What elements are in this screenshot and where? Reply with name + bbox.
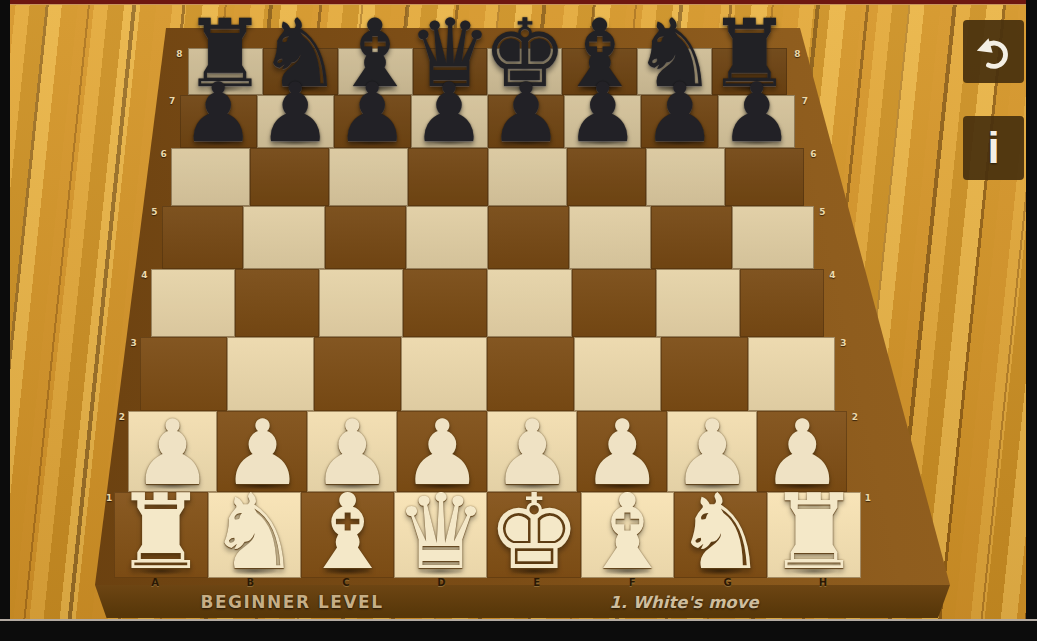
square-f4[interactable] [572, 269, 656, 337]
board-rank-row [171, 148, 804, 206]
square-f5[interactable] [569, 206, 651, 269]
square-d6[interactable] [408, 148, 487, 206]
square-c1[interactable]: ♝ [301, 492, 394, 578]
square-d1[interactable]: ♛ [394, 492, 487, 578]
square-e1[interactable]: ♚ [487, 492, 580, 578]
square-b4[interactable] [235, 269, 319, 337]
square-h4[interactable] [740, 269, 824, 337]
piece-black-pawn-d7[interactable]: ♟ [412, 72, 486, 154]
square-f7[interactable]: ♟ [564, 95, 641, 148]
square-g1[interactable]: ♞ [674, 492, 767, 578]
square-c4[interactable] [319, 269, 403, 337]
rank-label-left-4: 4 [141, 270, 147, 280]
rank-label-right-2: 2 [852, 412, 858, 422]
rank-label-left-6: 6 [161, 149, 167, 159]
level-label: BEGINNER LEVEL [201, 592, 384, 612]
file-label-c: C [342, 577, 349, 588]
square-c5[interactable] [325, 206, 407, 269]
move-status-label: 1. White's move [609, 592, 758, 611]
square-b6[interactable] [250, 148, 329, 206]
bottom-letterbox [0, 619, 1037, 641]
square-e6[interactable] [488, 148, 567, 206]
rank-label-right-4: 4 [829, 270, 835, 280]
square-h7[interactable]: ♟ [718, 95, 795, 148]
piece-black-pawn-c7[interactable]: ♟ [335, 72, 409, 154]
rank-label-left-3: 3 [131, 338, 137, 348]
file-label-e: E [533, 577, 540, 588]
piece-white-king-e1[interactable]: ♚ [488, 480, 581, 584]
square-e4[interactable] [487, 269, 571, 337]
file-label-a: A [151, 577, 159, 588]
square-e5[interactable] [488, 206, 570, 269]
square-b7[interactable]: ♟ [257, 95, 334, 148]
square-g4[interactable] [656, 269, 740, 337]
piece-black-pawn-a7[interactable]: ♟ [182, 72, 256, 154]
piece-white-knight-b1[interactable]: ♞ [208, 480, 301, 584]
square-g7[interactable]: ♟ [641, 95, 718, 148]
board-rank-row [151, 269, 824, 337]
info-icon: i [987, 126, 999, 170]
square-c6[interactable] [329, 148, 408, 206]
rank-label-right-6: 6 [810, 149, 816, 159]
square-b1[interactable]: ♞ [208, 492, 301, 578]
rank-label-left-1: 1 [106, 493, 112, 503]
app-screen: ♜♞♝♛♚♝♞♜♟♟♟♟♟♟♟♟♟♟♟♟♟♟♟♟♜♞♝♛♚♝♞♜ ABCDEFG… [0, 0, 1037, 641]
square-a7[interactable]: ♟ [180, 95, 257, 148]
square-d4[interactable] [403, 269, 487, 337]
piece-white-knight-g1[interactable]: ♞ [674, 480, 767, 584]
info-button[interactable]: i [963, 116, 1024, 180]
piece-black-pawn-f7[interactable]: ♟ [566, 72, 640, 154]
square-a4[interactable] [151, 269, 235, 337]
board-front-face: BEGINNER LEVEL 1. White's move [95, 585, 950, 618]
square-a5[interactable] [162, 206, 244, 269]
square-f6[interactable] [567, 148, 646, 206]
board-rank-row [162, 206, 814, 269]
piece-black-pawn-h7[interactable]: ♟ [720, 72, 794, 154]
square-a1[interactable]: ♜ [114, 492, 207, 578]
undo-arrow-icon [972, 30, 1016, 74]
square-g5[interactable] [651, 206, 733, 269]
square-h1[interactable]: ♜ [767, 492, 860, 578]
square-d5[interactable] [406, 206, 488, 269]
rank-label-left-5: 5 [151, 207, 157, 217]
rank-label-left-8: 8 [176, 49, 182, 59]
rank-label-left-2: 2 [119, 412, 125, 422]
board-rank-row: ♜♞♝♛♚♝♞♜ [114, 492, 860, 578]
file-label-d: D [437, 577, 445, 588]
square-h6[interactable] [725, 148, 804, 206]
square-b5[interactable] [243, 206, 325, 269]
rank-label-right-1: 1 [865, 493, 871, 503]
file-label-f: F [629, 577, 636, 588]
piece-white-rook-h1[interactable]: ♜ [767, 480, 860, 584]
piece-white-bishop-f1[interactable]: ♝ [581, 480, 674, 584]
file-label-h: H [819, 577, 827, 588]
square-a6[interactable] [171, 148, 250, 206]
file-label-b: B [247, 577, 255, 588]
rank-label-right-7: 7 [802, 96, 808, 106]
rank-label-left-7: 7 [169, 96, 175, 106]
board-rank-row: ♟♟♟♟♟♟♟♟ [180, 95, 795, 148]
piece-black-pawn-e7[interactable]: ♟ [489, 72, 563, 154]
square-c7[interactable]: ♟ [334, 95, 411, 148]
top-red-bar [10, 0, 1026, 5]
rank-label-right-5: 5 [819, 207, 825, 217]
square-h5[interactable] [732, 206, 814, 269]
rank-label-right-3: 3 [840, 338, 846, 348]
square-e7[interactable]: ♟ [488, 95, 565, 148]
rank-label-right-8: 8 [794, 49, 800, 59]
right-letterbox [1026, 0, 1037, 641]
square-d7[interactable]: ♟ [411, 95, 488, 148]
piece-white-rook-a1[interactable]: ♜ [114, 480, 207, 584]
square-g6[interactable] [646, 148, 725, 206]
piece-black-pawn-g7[interactable]: ♟ [643, 72, 717, 154]
undo-button[interactable] [963, 20, 1024, 83]
piece-white-bishop-c1[interactable]: ♝ [301, 480, 394, 584]
square-f1[interactable]: ♝ [581, 492, 674, 578]
piece-white-queen-d1[interactable]: ♛ [394, 480, 487, 584]
left-letterbox [0, 0, 10, 641]
piece-black-pawn-b7[interactable]: ♟ [258, 72, 332, 154]
file-label-g: G [723, 577, 731, 588]
